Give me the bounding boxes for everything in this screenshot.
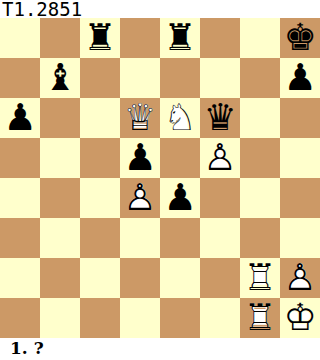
square-d7[interactable] [120,58,160,98]
square-a3[interactable] [0,218,40,258]
square-d5[interactable]: ♟ [120,138,160,178]
square-h1[interactable]: ♚♔ [280,298,320,338]
black-piece-glyph: ♟ [160,178,200,218]
square-h8[interactable]: ♚ [280,18,320,58]
white-rook[interactable]: ♜♖ [240,258,280,298]
white-piece-outline: ♖ [240,298,280,338]
square-a7[interactable] [0,58,40,98]
white-piece-outline: ♕ [120,98,160,138]
square-d6[interactable]: ♛♕ [120,98,160,138]
white-pawn[interactable]: ♟♙ [280,258,320,298]
black-rook[interactable]: ♜ [80,18,120,58]
square-h6[interactable] [280,98,320,138]
square-g8[interactable] [240,18,280,58]
black-pawn[interactable]: ♟ [120,138,160,178]
square-b4[interactable] [40,178,80,218]
square-g3[interactable] [240,218,280,258]
square-h4[interactable] [280,178,320,218]
white-king[interactable]: ♚♔ [280,298,320,338]
square-f7[interactable] [200,58,240,98]
square-f3[interactable] [200,218,240,258]
square-c2[interactable] [80,258,120,298]
square-c1[interactable] [80,298,120,338]
square-b5[interactable] [40,138,80,178]
black-piece-glyph: ♚ [280,18,320,58]
square-a6[interactable]: ♟ [0,98,40,138]
square-d1[interactable] [120,298,160,338]
square-c7[interactable] [80,58,120,98]
square-c4[interactable] [80,178,120,218]
white-rook[interactable]: ♜♖ [240,298,280,338]
black-piece-glyph: ♝ [40,58,80,98]
black-piece-glyph: ♜ [160,18,200,58]
black-piece-glyph: ♛ [200,98,240,138]
square-a4[interactable] [0,178,40,218]
square-a5[interactable] [0,138,40,178]
square-g7[interactable] [240,58,280,98]
black-queen[interactable]: ♛ [200,98,240,138]
square-c5[interactable] [80,138,120,178]
square-d2[interactable] [120,258,160,298]
black-piece-glyph: ♟ [120,138,160,178]
black-piece-glyph: ♟ [0,98,40,138]
square-a1[interactable] [0,298,40,338]
square-a2[interactable] [0,258,40,298]
move-prompt: 1. ? [10,337,44,359]
square-f4[interactable] [200,178,240,218]
black-piece-glyph: ♜ [80,18,120,58]
black-king[interactable]: ♚ [280,18,320,58]
black-pawn[interactable]: ♟ [280,58,320,98]
white-piece-outline: ♖ [240,258,280,298]
square-h5[interactable] [280,138,320,178]
square-f1[interactable] [200,298,240,338]
square-f8[interactable] [200,18,240,58]
square-e8[interactable]: ♜ [160,18,200,58]
black-pawn[interactable]: ♟ [0,98,40,138]
square-f6[interactable]: ♛ [200,98,240,138]
white-knight[interactable]: ♞♘ [160,98,200,138]
black-rook[interactable]: ♜ [160,18,200,58]
black-bishop[interactable]: ♝ [40,58,80,98]
square-e4[interactable]: ♟ [160,178,200,218]
square-b2[interactable] [40,258,80,298]
puzzle-id-label: T1.2851 [2,0,82,18]
square-e7[interactable] [160,58,200,98]
white-piece-outline: ♔ [280,298,320,338]
square-f5[interactable]: ♟♙ [200,138,240,178]
square-d4[interactable]: ♟♙ [120,178,160,218]
white-piece-outline: ♙ [280,258,320,298]
square-e6[interactable]: ♞♘ [160,98,200,138]
white-pawn[interactable]: ♟♙ [120,178,160,218]
square-c8[interactable]: ♜ [80,18,120,58]
square-c6[interactable] [80,98,120,138]
square-h7[interactable]: ♟ [280,58,320,98]
white-piece-outline: ♘ [160,98,200,138]
square-h3[interactable] [280,218,320,258]
black-piece-glyph: ♟ [280,58,320,98]
square-b7[interactable]: ♝ [40,58,80,98]
square-g4[interactable] [240,178,280,218]
square-a8[interactable] [0,18,40,58]
square-e2[interactable] [160,258,200,298]
square-h2[interactable]: ♟♙ [280,258,320,298]
square-b1[interactable] [40,298,80,338]
square-c3[interactable] [80,218,120,258]
square-b6[interactable] [40,98,80,138]
square-g6[interactable] [240,98,280,138]
square-g1[interactable]: ♜♖ [240,298,280,338]
black-pawn[interactable]: ♟ [160,178,200,218]
square-e5[interactable] [160,138,200,178]
white-piece-outline: ♙ [200,138,240,178]
white-piece-outline: ♙ [120,178,160,218]
square-f2[interactable] [200,258,240,298]
square-e3[interactable] [160,218,200,258]
square-d3[interactable] [120,218,160,258]
white-queen[interactable]: ♛♕ [120,98,160,138]
square-g2[interactable]: ♜♖ [240,258,280,298]
white-pawn[interactable]: ♟♙ [200,138,240,178]
square-b8[interactable] [40,18,80,58]
square-d8[interactable] [120,18,160,58]
square-e1[interactable] [160,298,200,338]
square-b3[interactable] [40,218,80,258]
chess-board: ♜♜♚♝♟♟♛♕♞♘♛♟♟♙♟♙♟♜♖♟♙♜♖♚♔ [0,18,320,338]
square-g5[interactable] [240,138,280,178]
